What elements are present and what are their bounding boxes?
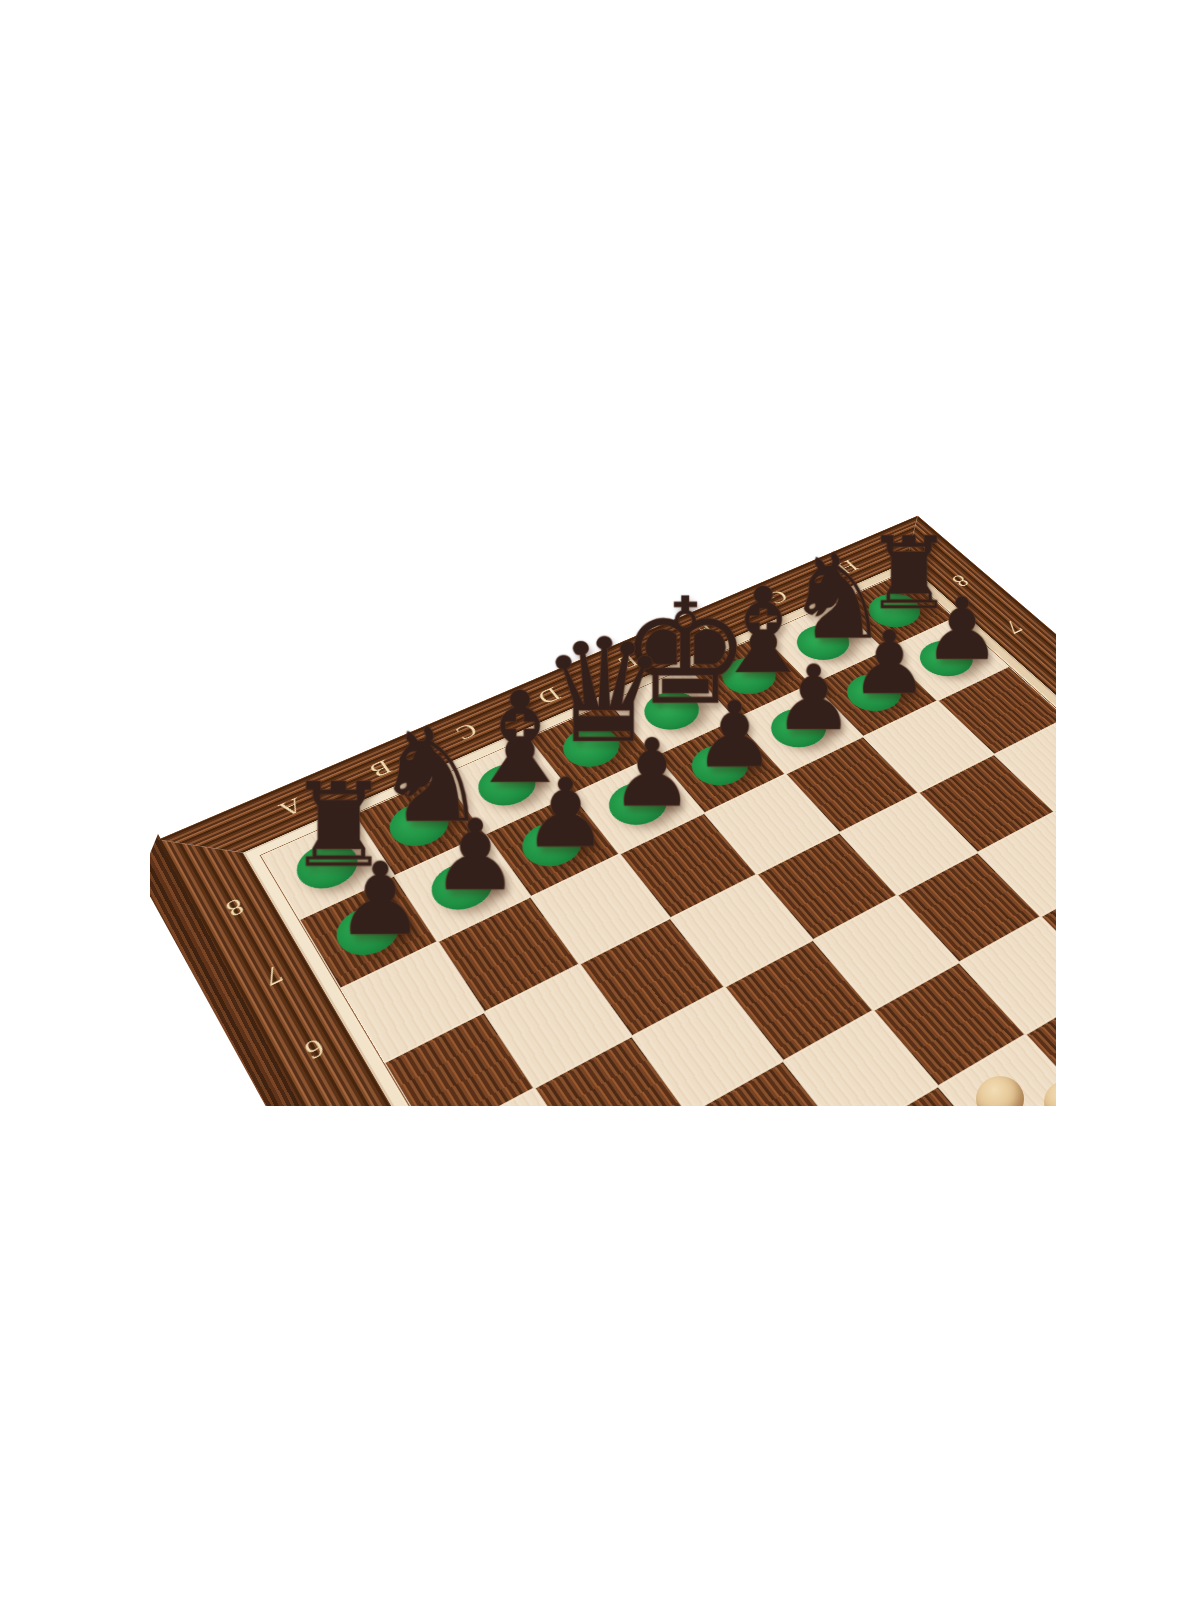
chessboard: ♜♞♝♛♚♝♞♜♟♟♟♟♟♟♟♟ AABBCCDDEEFFGGHH8877665… [158, 516, 1056, 1106]
board-grid: ♜♞♝♛♚♝♞♜♟♟♟♟♟♟♟♟ [261, 572, 1056, 1106]
piece-glyph: ♟ [295, 850, 466, 951]
chessboard-photo: ♜♞♝♛♚♝♞♜♟♟♟♟♟♟♟♟ AABBCCDDEEFFGGHH8877665… [150, 500, 1056, 1106]
